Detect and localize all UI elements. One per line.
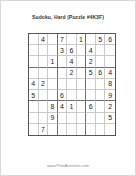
cell-r2c6[interactable] (77, 45, 87, 56)
cell-r7c9[interactable]: 2 (105, 101, 115, 112)
cell-r2c8[interactable] (96, 45, 106, 56)
cell-r4c8[interactable]: 6 (96, 68, 106, 79)
cell-r1c5[interactable] (67, 34, 77, 45)
cell-r5c6[interactable] (77, 79, 87, 90)
cell-r3c6[interactable] (77, 56, 87, 67)
cell-r3c9[interactable] (105, 56, 115, 67)
cell-r2c5[interactable]: 6 (67, 45, 77, 56)
cell-r2c3[interactable] (48, 45, 58, 56)
cell-r5c2[interactable]: 2 (39, 79, 49, 90)
cell-r4c9[interactable]: 4 (105, 68, 115, 79)
cell-r8c7[interactable] (86, 113, 96, 124)
puzzle-title: Sudoku, Hard (Puzzle #4K3F) (1, 14, 135, 20)
cell-r8c4[interactable] (58, 113, 68, 124)
cell-r3c4[interactable] (58, 56, 68, 67)
cell-r1c2[interactable]: 4 (39, 34, 49, 45)
cell-r5c5[interactable] (67, 79, 77, 90)
cell-r9c2[interactable]: 7 (39, 124, 49, 135)
sudoku-board: 47156364142256442856984162957 (28, 33, 116, 136)
cell-r7c4[interactable]: 4 (58, 101, 68, 112)
cell-r4c5[interactable]: 2 (67, 68, 77, 79)
cell-r2c7[interactable]: 4 (86, 45, 96, 56)
cell-r8c1[interactable] (29, 113, 39, 124)
cell-r2c2[interactable] (39, 45, 49, 56)
cell-r6c8[interactable] (96, 90, 106, 101)
cell-r7c3[interactable]: 8 (48, 101, 58, 112)
cell-r3c8[interactable] (96, 56, 106, 67)
cell-r6c4[interactable]: 6 (58, 90, 68, 101)
cell-r1c7[interactable] (86, 34, 96, 45)
cell-r6c6[interactable] (77, 90, 87, 101)
cell-r3c3[interactable]: 1 (48, 56, 58, 67)
cell-r8c6[interactable] (77, 113, 87, 124)
cell-r9c9[interactable] (105, 124, 115, 135)
cell-r6c7[interactable] (86, 90, 96, 101)
footer-url: www.PrintActivities.com (1, 163, 135, 168)
cell-r7c5[interactable]: 1 (67, 101, 77, 112)
cell-r9c5[interactable] (67, 124, 77, 135)
cell-r1c1[interactable] (29, 34, 39, 45)
cell-r7c2[interactable] (39, 101, 49, 112)
cell-r8c9[interactable]: 5 (105, 113, 115, 124)
cell-r8c3[interactable]: 9 (48, 113, 58, 124)
cell-r5c1[interactable]: 4 (29, 79, 39, 90)
cell-r2c9[interactable] (105, 45, 115, 56)
cell-r5c8[interactable] (96, 79, 106, 90)
cell-r1c3[interactable] (48, 34, 58, 45)
cell-r6c2[interactable] (39, 90, 49, 101)
cell-r3c7[interactable]: 2 (86, 56, 96, 67)
cell-r5c3[interactable] (48, 79, 58, 90)
cell-r6c3[interactable] (48, 90, 58, 101)
cell-r9c7[interactable] (86, 124, 96, 135)
cell-r4c4[interactable] (58, 68, 68, 79)
cell-r5c7[interactable] (86, 79, 96, 90)
cell-r6c1[interactable]: 5 (29, 90, 39, 101)
cell-r9c1[interactable] (29, 124, 39, 135)
cell-r4c3[interactable] (48, 68, 58, 79)
cell-r4c6[interactable] (77, 68, 87, 79)
cell-r5c4[interactable] (58, 79, 68, 90)
cell-r3c2[interactable] (39, 56, 49, 67)
cell-r1c8[interactable]: 5 (96, 34, 106, 45)
cell-r9c6[interactable] (77, 124, 87, 135)
cell-r4c2[interactable] (39, 68, 49, 79)
cell-r9c3[interactable] (48, 124, 58, 135)
page-container: Sudoku, Hard (Puzzle #4K3F) 471563641422… (0, 0, 136, 176)
cell-r5c9[interactable]: 8 (105, 79, 115, 90)
cell-r3c5[interactable]: 4 (67, 56, 77, 67)
cell-r8c5[interactable] (67, 113, 77, 124)
cell-r1c9[interactable]: 6 (105, 34, 115, 45)
cell-r4c7[interactable]: 5 (86, 68, 96, 79)
cell-r3c1[interactable] (29, 56, 39, 67)
cell-r9c4[interactable] (58, 124, 68, 135)
cell-r9c8[interactable] (96, 124, 106, 135)
cell-r7c7[interactable]: 6 (86, 101, 96, 112)
cell-r6c9[interactable]: 9 (105, 90, 115, 101)
cell-r7c8[interactable] (96, 101, 106, 112)
cell-r6c5[interactable] (67, 90, 77, 101)
cell-r4c1[interactable] (29, 68, 39, 79)
cell-r7c1[interactable] (29, 101, 39, 112)
cell-r2c1[interactable] (29, 45, 39, 56)
cell-r1c4[interactable]: 7 (58, 34, 68, 45)
cell-r7c6[interactable] (77, 101, 87, 112)
cell-r2c4[interactable]: 3 (58, 45, 68, 56)
cell-r8c8[interactable] (96, 113, 106, 124)
cell-r1c6[interactable]: 1 (77, 34, 87, 45)
cell-r8c2[interactable] (39, 113, 49, 124)
